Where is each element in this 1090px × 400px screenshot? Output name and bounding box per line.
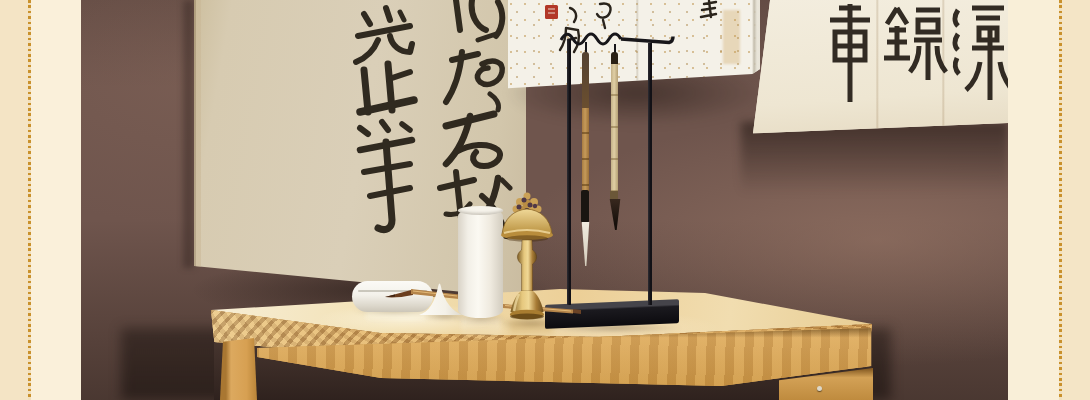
left-dotted-rule	[28, 0, 31, 400]
brush-ferrule	[610, 191, 618, 200]
stand-right-post	[648, 43, 652, 305]
brush-handle-pale	[611, 64, 618, 193]
red-seal-stamp	[545, 5, 558, 19]
brush-stand-wavy-rail	[557, 26, 677, 46]
right-dotted-rule	[1059, 0, 1062, 400]
framed-photo-page: 啸碣石秋 / 岁止峯	[0, 0, 1090, 400]
right-panel-seal-script	[753, 0, 1008, 134]
right-cream-border	[1008, 0, 1090, 400]
left-cream-border	[0, 0, 81, 400]
stand-left-post	[567, 39, 571, 305]
brush-ferrule	[581, 190, 589, 223]
canvas-edge-shadow	[183, 0, 194, 268]
brush-handle-upper	[582, 52, 589, 110]
brush-handle-bamboo	[582, 108, 589, 191]
incense-burner	[495, 188, 559, 324]
right-panel-shadow	[741, 122, 1008, 212]
right-inner-border	[1008, 0, 1059, 400]
calligraphy-scene-photo: 啸碣石秋 / 岁止峯	[81, 0, 1008, 400]
right-calligraphy-panel: 車錦澤	[753, 0, 1008, 134]
metal-fastener-pin	[817, 386, 822, 391]
table-front-leg	[220, 336, 257, 400]
left-inner-border	[31, 0, 81, 400]
